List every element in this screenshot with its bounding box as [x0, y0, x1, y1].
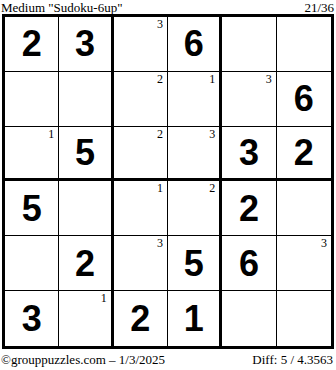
- cell-value: 2: [75, 246, 95, 282]
- cell-r2c4[interactable]: 1: [168, 72, 222, 127]
- cell-r6c4[interactable]: 1: [168, 291, 222, 346]
- cell-value: 6: [294, 81, 314, 117]
- cell-value: 5: [184, 246, 204, 282]
- cell-value: 2: [239, 191, 259, 227]
- cell-r1c3[interactable]: 3: [114, 17, 168, 72]
- cell-value: 3: [75, 26, 95, 62]
- pencil-mark: 3: [157, 237, 163, 249]
- cell-value: 3: [239, 135, 259, 171]
- cell-r3c6[interactable]: 2: [277, 127, 331, 182]
- pencil-mark: 3: [157, 18, 163, 30]
- pencil-mark: 2: [157, 73, 163, 85]
- cell-r2c6[interactable]: 6: [277, 72, 331, 127]
- cell-r3c2[interactable]: 5: [59, 127, 113, 182]
- cell-value: 3: [22, 301, 42, 337]
- cell-r3c5[interactable]: 3: [222, 127, 276, 182]
- cell-value: 2: [22, 26, 42, 62]
- cell-r4c3[interactable]: 1: [114, 181, 168, 236]
- cell-value: 2: [130, 301, 150, 337]
- cell-r6c2[interactable]: 1: [59, 291, 113, 346]
- cell-value: 5: [22, 191, 42, 227]
- cell-r4c2[interactable]: [59, 181, 113, 236]
- cell-r2c5[interactable]: 3: [222, 72, 276, 127]
- cell-r4c1[interactable]: 5: [5, 181, 59, 236]
- cell-r5c3[interactable]: 3: [114, 236, 168, 291]
- pencil-mark: 2: [209, 182, 215, 194]
- sudoku-board: 233621361523325122235633121: [2, 14, 334, 349]
- cell-r3c4[interactable]: 3: [168, 127, 222, 182]
- cell-r6c1[interactable]: 3: [5, 291, 59, 346]
- pencil-mark: 1: [157, 182, 163, 194]
- cell-r5c4[interactable]: 5: [168, 236, 222, 291]
- cell-r1c6[interactable]: [277, 17, 331, 72]
- cell-r2c1[interactable]: [5, 72, 59, 127]
- cell-value: 1: [184, 301, 204, 337]
- cell-r1c5[interactable]: [222, 17, 276, 72]
- cell-value: 6: [184, 26, 204, 62]
- cell-r2c3[interactable]: 2: [114, 72, 168, 127]
- cell-r6c6[interactable]: [277, 291, 331, 346]
- pencil-mark: 3: [266, 73, 272, 85]
- pencil-mark: 1: [101, 292, 107, 304]
- difficulty-text: Diff: 5 / 4.3563: [252, 352, 333, 368]
- copyright-text: ©grouppuzzles.com – 1/3/2025: [1, 352, 165, 368]
- cell-r5c2[interactable]: 2: [59, 236, 113, 291]
- cell-value: 5: [75, 135, 95, 171]
- cell-r3c3[interactable]: 2: [114, 127, 168, 182]
- cell-r6c5[interactable]: [222, 291, 276, 346]
- cell-r1c2[interactable]: 3: [59, 17, 113, 72]
- pencil-mark: 1: [209, 73, 215, 85]
- cell-r4c6[interactable]: [277, 181, 331, 236]
- pencil-mark: 1: [48, 128, 54, 140]
- cell-r5c5[interactable]: 6: [222, 236, 276, 291]
- cell-r6c3[interactable]: 2: [114, 291, 168, 346]
- cell-value: 6: [239, 246, 259, 282]
- pencil-mark: 3: [209, 128, 215, 140]
- cell-r1c1[interactable]: 2: [5, 17, 59, 72]
- sudoku-page: Medium "Sudoku-6up" 21/36 23362136152332…: [0, 0, 336, 370]
- cell-r2c2[interactable]: [59, 72, 113, 127]
- cell-r5c1[interactable]: [5, 236, 59, 291]
- cell-value: 2: [294, 135, 314, 171]
- cell-r4c4[interactable]: 2: [168, 181, 222, 236]
- cell-r1c4[interactable]: 6: [168, 17, 222, 72]
- cell-r4c5[interactable]: 2: [222, 181, 276, 236]
- cell-r5c6[interactable]: 3: [277, 236, 331, 291]
- cell-r3c1[interactable]: 1: [5, 127, 59, 182]
- pencil-mark: 3: [321, 237, 327, 249]
- pencil-mark: 2: [157, 128, 163, 140]
